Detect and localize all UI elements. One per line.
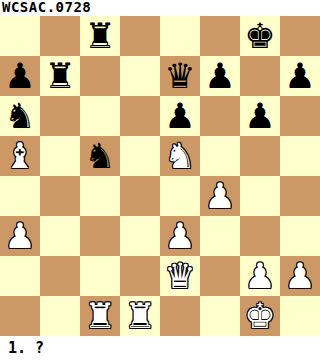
square-g3[interactable]: [240, 216, 280, 256]
piece-white-pawn[interactable]: ♟: [284, 256, 315, 296]
square-e4[interactable]: [160, 176, 200, 216]
square-e2[interactable]: ♛: [160, 256, 200, 296]
square-h3[interactable]: [280, 216, 320, 256]
square-b2[interactable]: [40, 256, 80, 296]
piece-black-rook[interactable]: ♜: [84, 16, 115, 56]
square-a6[interactable]: ♞: [0, 96, 40, 136]
piece-white-king[interactable]: ♚: [244, 296, 275, 336]
square-d4[interactable]: [120, 176, 160, 216]
piece-white-pawn[interactable]: ♟: [164, 216, 195, 256]
square-g4[interactable]: [240, 176, 280, 216]
square-c5[interactable]: ♞: [80, 136, 120, 176]
square-f2[interactable]: [200, 256, 240, 296]
square-a4[interactable]: [0, 176, 40, 216]
square-c3[interactable]: [80, 216, 120, 256]
piece-black-pawn[interactable]: ♟: [164, 96, 195, 136]
square-e8[interactable]: [160, 16, 200, 56]
square-g2[interactable]: ♟: [240, 256, 280, 296]
square-f1[interactable]: [200, 296, 240, 336]
square-h7[interactable]: ♟: [280, 56, 320, 96]
square-b3[interactable]: [40, 216, 80, 256]
square-b5[interactable]: [40, 136, 80, 176]
square-b7[interactable]: ♜: [40, 56, 80, 96]
piece-black-pawn[interactable]: ♟: [284, 56, 315, 96]
square-a7[interactable]: ♟: [0, 56, 40, 96]
square-g6[interactable]: ♟: [240, 96, 280, 136]
square-g8[interactable]: ♚: [240, 16, 280, 56]
square-c4[interactable]: [80, 176, 120, 216]
square-b6[interactable]: [40, 96, 80, 136]
square-h6[interactable]: [280, 96, 320, 136]
square-f5[interactable]: [200, 136, 240, 176]
square-g1[interactable]: ♚: [240, 296, 280, 336]
piece-white-rook[interactable]: ♜: [124, 296, 155, 336]
piece-black-knight[interactable]: ♞: [84, 136, 115, 176]
chess-board: ♜♚♟♜♛♟♟♞♟♟♝♞♞♟♟♟♛♟♟♜♜♚: [0, 16, 320, 336]
square-e5[interactable]: ♞: [160, 136, 200, 176]
square-d6[interactable]: [120, 96, 160, 136]
square-d3[interactable]: [120, 216, 160, 256]
square-a2[interactable]: [0, 256, 40, 296]
piece-white-pawn[interactable]: ♟: [4, 216, 35, 256]
square-d7[interactable]: [120, 56, 160, 96]
square-d8[interactable]: [120, 16, 160, 56]
piece-white-bishop[interactable]: ♝: [4, 136, 35, 176]
square-b1[interactable]: [40, 296, 80, 336]
square-f4[interactable]: ♟: [200, 176, 240, 216]
chess-trainer-window: WCSAC.0728 ♜♚♟♜♛♟♟♞♟♟♝♞♞♟♟♟♛♟♟♜♜♚ 1. ?: [0, 0, 320, 360]
square-a5[interactable]: ♝: [0, 136, 40, 176]
square-h1[interactable]: [280, 296, 320, 336]
square-c1[interactable]: ♜: [80, 296, 120, 336]
square-e3[interactable]: ♟: [160, 216, 200, 256]
square-f6[interactable]: [200, 96, 240, 136]
piece-white-pawn[interactable]: ♟: [204, 176, 235, 216]
piece-white-rook[interactable]: ♜: [84, 296, 115, 336]
square-e1[interactable]: [160, 296, 200, 336]
square-c6[interactable]: [80, 96, 120, 136]
square-f3[interactable]: [200, 216, 240, 256]
piece-black-pawn[interactable]: ♟: [244, 96, 275, 136]
square-f8[interactable]: [200, 16, 240, 56]
square-h4[interactable]: [280, 176, 320, 216]
square-e6[interactable]: ♟: [160, 96, 200, 136]
piece-black-queen[interactable]: ♛: [164, 56, 195, 96]
square-f7[interactable]: ♟: [200, 56, 240, 96]
piece-black-rook[interactable]: ♜: [44, 56, 75, 96]
square-d2[interactable]: [120, 256, 160, 296]
piece-black-pawn[interactable]: ♟: [4, 56, 35, 96]
square-c2[interactable]: [80, 256, 120, 296]
piece-black-king[interactable]: ♚: [244, 16, 275, 56]
piece-black-pawn[interactable]: ♟: [204, 56, 235, 96]
square-e7[interactable]: ♛: [160, 56, 200, 96]
square-b4[interactable]: [40, 176, 80, 216]
square-a1[interactable]: [0, 296, 40, 336]
square-h2[interactable]: ♟: [280, 256, 320, 296]
square-d5[interactable]: [120, 136, 160, 176]
square-a3[interactable]: ♟: [0, 216, 40, 256]
piece-white-knight[interactable]: ♞: [164, 136, 195, 176]
square-h8[interactable]: [280, 16, 320, 56]
square-g7[interactable]: [240, 56, 280, 96]
square-c8[interactable]: ♜: [80, 16, 120, 56]
square-d1[interactable]: ♜: [120, 296, 160, 336]
square-c7[interactable]: [80, 56, 120, 96]
piece-white-queen[interactable]: ♛: [164, 256, 195, 296]
move-prompt: 1. ?: [0, 336, 320, 360]
square-a8[interactable]: [0, 16, 40, 56]
square-h5[interactable]: [280, 136, 320, 176]
puzzle-title: WCSAC.0728: [0, 0, 320, 16]
square-b8[interactable]: [40, 16, 80, 56]
square-g5[interactable]: [240, 136, 280, 176]
piece-black-knight[interactable]: ♞: [4, 96, 35, 136]
piece-white-pawn[interactable]: ♟: [244, 256, 275, 296]
